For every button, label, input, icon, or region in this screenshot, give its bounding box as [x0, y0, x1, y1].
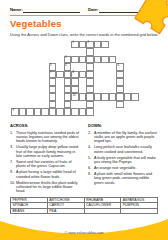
grid-cell[interactable] [64, 93, 72, 101]
grid-cell[interactable] [116, 93, 124, 101]
grid-cell[interactable] [86, 108, 94, 116]
grid-cell[interactable] [49, 101, 57, 109]
grid-cell[interactable] [64, 108, 72, 116]
grid-cell[interactable] [116, 101, 124, 109]
grid-cell[interactable]: 4 [64, 63, 72, 71]
grid-cell[interactable] [86, 78, 94, 86]
crossword-grid: 12345678910 [0, 0, 168, 125]
grid-cell[interactable] [116, 78, 124, 86]
grid-cell[interactable]: 7 [49, 71, 57, 79]
grid-cell[interactable] [94, 41, 102, 49]
grid-cell[interactable] [94, 56, 102, 64]
clue-item: 3.Usually large pulpy deep yellow round … [10, 145, 82, 158]
grid-cell[interactable]: 6 [116, 63, 124, 71]
clue-text: A leafy green vegetable that will make y… [94, 156, 158, 165]
grid-cell[interactable] [79, 56, 87, 64]
grid-cell[interactable]: 3 [64, 56, 72, 64]
grid-cell[interactable] [101, 93, 109, 101]
word-bank-word [84, 208, 121, 213]
down-heading: DOWN: [88, 124, 158, 129]
clue-item: 8.A plant with small white flowers and l… [88, 172, 158, 185]
grid-cell[interactable] [71, 78, 79, 86]
clue-text: A plant with small white flowers and lon… [94, 172, 158, 185]
clue-item: 2.A member of the lily family, the earli… [88, 131, 158, 144]
clue-text: These highly nutritious seeded pods of v… [16, 131, 82, 144]
grid-cell[interactable] [86, 63, 94, 71]
down-clues: DOWN: 2.A member of the lily family, the… [88, 124, 158, 187]
grid-cell[interactable] [109, 56, 117, 64]
grid-cell[interactable] [49, 108, 57, 116]
word-bank-row: BEANSPEA [11, 208, 158, 213]
grid-cell-number: 1 [73, 41, 75, 44]
grid-cell[interactable] [116, 71, 124, 79]
clue-text: Sweet and hot varieties of fruits of pla… [16, 160, 82, 169]
grid-cell[interactable]: 2 [86, 41, 94, 49]
grid-cell[interactable] [116, 86, 124, 94]
across-heading: ACROSS: [10, 124, 82, 129]
footer-credit: © www.eslvocabfox.com [0, 231, 168, 235]
grid-cell[interactable] [49, 86, 57, 94]
grid-cell[interactable] [19, 108, 27, 116]
grid-cell[interactable] [131, 93, 139, 101]
clue-item: 7.Sweet and hot varieties of fruits of p… [10, 160, 82, 169]
grid-cell[interactable]: 8 [71, 71, 79, 79]
grid-cell[interactable]: 10 [71, 93, 79, 101]
grid-cell-number: 5 [50, 64, 52, 67]
grid-cell-number: 3 [65, 56, 67, 59]
clue-item: 5.A leafy green vegetable that will make… [88, 156, 158, 165]
clue-item: 6.An orange root vegetable. [88, 166, 158, 170]
clue-text: Mediterranean thistle-like plant widely … [16, 181, 82, 194]
grid-cell[interactable]: 5 [49, 63, 57, 71]
grid-cell[interactable] [64, 71, 72, 79]
word-bank-word: BEANS [11, 208, 48, 213]
grid-cell[interactable] [71, 86, 79, 94]
grid-cell-number: 8 [73, 71, 75, 74]
grid-cell[interactable] [49, 78, 57, 86]
grid-cell[interactable] [79, 93, 87, 101]
grid-cell[interactable] [49, 93, 57, 101]
grid-cell[interactable] [79, 71, 87, 79]
clue-text: A member of the lily family, the earlies… [94, 131, 158, 144]
grid-cell[interactable] [86, 48, 94, 56]
grid-cell[interactable] [71, 108, 79, 116]
grid-cell[interactable] [26, 108, 34, 116]
word-bank: PEPPERARTICHOKERHUBARBASPARAGUSSPINACHCA… [10, 197, 158, 214]
grid-cell-number: 4 [65, 64, 67, 67]
clue-text: Usually large pulpy deep yellow round fr… [16, 145, 82, 158]
grid-cell[interactable] [79, 108, 87, 116]
grid-cell[interactable] [86, 101, 94, 109]
grid-cell-number: 6 [118, 64, 120, 67]
grid-cell[interactable] [101, 41, 109, 49]
grid-cell[interactable] [64, 86, 72, 94]
grid-cell-number: 9 [13, 109, 15, 112]
grid-cell-number: 10 [73, 94, 76, 97]
word-bank-word: PEA [47, 208, 84, 213]
grid-cell[interactable] [86, 71, 94, 79]
grid-cell[interactable] [86, 56, 94, 64]
grid-cell[interactable]: 9 [11, 108, 19, 116]
grid-cell[interactable] [71, 56, 79, 64]
clue-text: Long pinkish sour leafstalks usually eat… [94, 145, 158, 154]
clue-text: An orange root vegetable. [94, 166, 158, 170]
footer-wave [0, 218, 168, 240]
grid-cell-number: 7 [50, 71, 52, 74]
grid-cell[interactable] [64, 78, 72, 86]
grid-cell[interactable] [64, 101, 72, 109]
grid-cell[interactable] [56, 71, 64, 79]
clue-text: A plant having a large edible head of cr… [16, 170, 82, 179]
grid-cell-number: 2 [88, 41, 90, 44]
grid-cell[interactable] [86, 93, 94, 101]
grid-cell[interactable] [34, 108, 42, 116]
grid-cell[interactable] [86, 86, 94, 94]
grid-cell[interactable] [41, 108, 49, 116]
worksheet-page: Name: Date: Vegetables Using the Across … [0, 0, 168, 240]
clue-item: 10.Mediterranean thistle-like plant wide… [10, 181, 82, 194]
clue-item: 4.Long pinkish sour leafstalks usually e… [88, 145, 158, 154]
grid-cell[interactable] [124, 93, 132, 101]
grid-cell[interactable] [109, 93, 117, 101]
grid-cell[interactable] [56, 108, 64, 116]
grid-cell[interactable]: 1 [71, 41, 79, 49]
clue-item: 1.These highly nutritious seeded pods of… [10, 131, 82, 144]
grid-cell[interactable] [94, 93, 102, 101]
across-clues: ACROSS: 1.These highly nutritious seeded… [10, 124, 82, 195]
word-bank-word [121, 208, 158, 213]
grid-cell[interactable] [79, 41, 87, 49]
clue-item: 9.A plant having a large edible head of … [10, 170, 82, 179]
grid-cell[interactable] [101, 56, 109, 64]
